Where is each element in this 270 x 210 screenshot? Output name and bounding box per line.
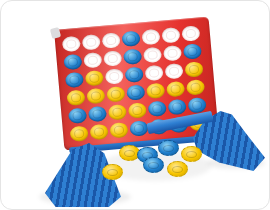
- table-discs: [1, 1, 269, 209]
- loose-disc-yellow-6: [167, 161, 188, 177]
- loose-disc-yellow-1: [102, 164, 123, 180]
- loose-disc-blue-5: [158, 140, 179, 156]
- product-photo: [0, 0, 270, 210]
- loose-disc-blue-4: [143, 157, 164, 173]
- loose-disc-yellow-7: [181, 146, 202, 162]
